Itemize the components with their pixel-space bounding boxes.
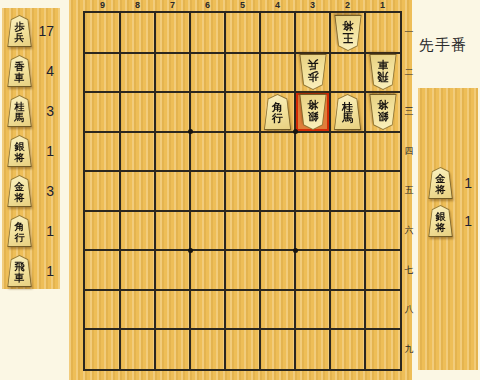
- board-square[interactable]: [365, 329, 400, 369]
- board-square[interactable]: [120, 171, 155, 211]
- board-square[interactable]: [365, 290, 400, 330]
- board-square[interactable]: [155, 92, 190, 132]
- board-square[interactable]: [330, 250, 365, 290]
- board-square[interactable]: [155, 211, 190, 251]
- piece-silver[interactable]: 銀将: [368, 94, 398, 130]
- board-square[interactable]: [295, 329, 330, 369]
- star-point: [188, 248, 193, 253]
- piece-pawn[interactable]: 歩兵: [6, 15, 33, 47]
- grid-line: [85, 52, 400, 54]
- grid-line: [154, 13, 156, 369]
- grid-line: [85, 210, 400, 212]
- file-label: 4: [260, 0, 295, 10]
- piece-kanji-char: 兵: [307, 59, 318, 71]
- grid-line: [294, 13, 296, 369]
- piece-kanji-char: 将: [15, 193, 25, 204]
- rank-labels: 一二三四五六七八九: [403, 13, 415, 369]
- piece-kanji-char: 将: [436, 185, 446, 196]
- board-square[interactable]: [120, 53, 155, 93]
- captured-piece-row: 銀将1: [418, 202, 478, 240]
- board-square[interactable]: [295, 290, 330, 330]
- rank-label: 七: [403, 250, 415, 290]
- grid-line: [119, 13, 121, 369]
- piece-count: 1: [464, 213, 478, 229]
- rank-label: 六: [403, 211, 415, 251]
- piece-kanji-char: 車: [377, 59, 388, 71]
- board-square[interactable]: [190, 53, 225, 93]
- piece-pawn[interactable]: 歩兵: [298, 54, 328, 90]
- board-square[interactable]: [225, 329, 260, 369]
- board-square[interactable]: [120, 132, 155, 172]
- board-square[interactable]: [85, 13, 120, 53]
- file-labels: 987654321: [85, 0, 400, 10]
- piece-bishop[interactable]: 角行: [263, 94, 293, 130]
- rank-label: 五: [403, 171, 415, 211]
- board-square[interactable]: [365, 250, 400, 290]
- piece-kanji-char: 将: [436, 223, 446, 234]
- rank-label: 三: [403, 92, 415, 132]
- grid-line: [85, 289, 400, 291]
- board-square[interactable]: [330, 329, 365, 369]
- board-square[interactable]: [365, 13, 400, 53]
- file-label: 9: [85, 0, 120, 10]
- piece-knight[interactable]: 桂馬: [333, 94, 363, 130]
- board-square[interactable]: [260, 250, 295, 290]
- captured-piece-row: 金将1: [418, 164, 478, 202]
- piece-kanji-char: 香: [15, 62, 25, 73]
- board-square[interactable]: [330, 211, 365, 251]
- board-square[interactable]: [190, 211, 225, 251]
- piece-silver[interactable]: 銀将: [298, 94, 328, 130]
- captured-piece-row: 香車4: [2, 51, 60, 91]
- board-square[interactable]: [190, 132, 225, 172]
- board-cells: [85, 13, 400, 369]
- piece-king[interactable]: 王将: [333, 15, 363, 51]
- board-square[interactable]: [330, 132, 365, 172]
- piece-kanji-char: 桂: [15, 102, 25, 113]
- piece-silver[interactable]: 銀将: [6, 135, 33, 167]
- piece-gold[interactable]: 金将: [427, 167, 454, 199]
- board-square[interactable]: [295, 211, 330, 251]
- board-square[interactable]: [330, 290, 365, 330]
- board-square[interactable]: [260, 211, 295, 251]
- board-square[interactable]: [295, 250, 330, 290]
- board-square[interactable]: [225, 290, 260, 330]
- shogi-board: 987654321 一二三四五六七八九 王将歩兵飛車角行銀将桂馬銀将: [69, 0, 412, 380]
- board-square[interactable]: [190, 329, 225, 369]
- board-square[interactable]: [225, 250, 260, 290]
- board-square[interactable]: [330, 53, 365, 93]
- board-square[interactable]: [190, 13, 225, 53]
- rank-label: 四: [403, 132, 415, 172]
- piece-kanji-char: 銀: [15, 142, 25, 153]
- board-square[interactable]: [260, 13, 295, 53]
- captured-piece-row: 銀将1: [2, 131, 60, 171]
- board-square[interactable]: [225, 211, 260, 251]
- board-square[interactable]: [190, 92, 225, 132]
- piece-gold[interactable]: 金将: [6, 175, 33, 207]
- board-square[interactable]: [85, 92, 120, 132]
- board-square[interactable]: [85, 171, 120, 211]
- piece-count: 1: [464, 175, 478, 191]
- board-square[interactable]: [190, 171, 225, 211]
- board-square[interactable]: [365, 171, 400, 211]
- captured-piece-row: 桂馬3: [2, 91, 60, 131]
- board-square[interactable]: [155, 250, 190, 290]
- piece-kanji-char: 馬: [342, 113, 353, 125]
- board-square[interactable]: [190, 290, 225, 330]
- rank-label: 二: [403, 53, 415, 93]
- piece-kanji-char: 歩: [15, 22, 25, 33]
- file-label: 2: [330, 0, 365, 10]
- board-square[interactable]: [155, 132, 190, 172]
- file-label: 6: [190, 0, 225, 10]
- piece-kanji: 桂馬: [334, 95, 362, 129]
- board-square[interactable]: [85, 53, 120, 93]
- grid-line: [85, 91, 400, 93]
- board-square[interactable]: [260, 329, 295, 369]
- piece-kanji-char: 馬: [15, 113, 25, 124]
- piece-kanji-char: 将: [377, 99, 388, 111]
- board-square[interactable]: [155, 53, 190, 93]
- board-square[interactable]: [120, 13, 155, 53]
- rank-label: 八: [403, 290, 415, 330]
- board-square[interactable]: [155, 13, 190, 53]
- piece-lance[interactable]: 香車: [6, 55, 33, 87]
- board-square[interactable]: [85, 329, 120, 369]
- board-square[interactable]: [225, 132, 260, 172]
- board-square[interactable]: [85, 132, 120, 172]
- piece-kanji-char: 銀: [436, 212, 446, 223]
- piece-kanji-char: 将: [15, 153, 25, 164]
- piece-kanji-char: 将: [342, 20, 353, 32]
- board-square[interactable]: [85, 211, 120, 251]
- board-square[interactable]: [190, 250, 225, 290]
- piece-kanji-char: 銀: [377, 110, 388, 122]
- captured-piece-row: 飛車1: [2, 251, 60, 291]
- board-square[interactable]: [260, 290, 295, 330]
- piece-kanji-char: 行: [15, 233, 25, 244]
- piece-kanji-char: 兵: [15, 33, 25, 44]
- board-square[interactable]: [260, 132, 295, 172]
- piece-count: 1: [46, 143, 60, 159]
- board-square[interactable]: [120, 92, 155, 132]
- piece-count: 1: [46, 223, 60, 239]
- board-square[interactable]: [225, 92, 260, 132]
- piece-kanji-char: 行: [272, 113, 283, 125]
- piece-kanji-char: 飛: [15, 262, 25, 273]
- piece-count: 4: [46, 63, 60, 79]
- piece-count: 3: [46, 103, 60, 119]
- board-square[interactable]: [225, 13, 260, 53]
- piece-kanji-char: 王: [342, 31, 353, 43]
- piece-kanji-char: 飛: [377, 71, 388, 83]
- board-square[interactable]: [330, 171, 365, 211]
- captured-piece-row: 角行1: [2, 211, 60, 251]
- piece-kanji-char: 将: [307, 99, 318, 111]
- captured-piece-row: 金将3: [2, 171, 60, 211]
- piece-kanji-char: 金: [436, 174, 446, 185]
- board-square[interactable]: [365, 132, 400, 172]
- board-square[interactable]: [85, 250, 120, 290]
- piece-count: 3: [46, 183, 60, 199]
- grid-line: [85, 131, 400, 133]
- board-grid: 王将歩兵飛車角行銀将桂馬銀将: [83, 11, 402, 371]
- board-square[interactable]: [120, 250, 155, 290]
- file-label: 1: [365, 0, 400, 10]
- sente-captured-tray: 金将1銀将1: [418, 88, 478, 370]
- file-label: 3: [295, 0, 330, 10]
- turn-indicator: 先手番: [419, 36, 467, 55]
- board-square[interactable]: [85, 290, 120, 330]
- piece-count: 1: [46, 263, 60, 279]
- file-label: 5: [225, 0, 260, 10]
- grid-line: [329, 13, 331, 369]
- piece-kanji-char: 銀: [307, 110, 318, 122]
- gote-captured-tray: 歩兵17香車4桂馬3銀将1金将3角行1飛車1: [2, 8, 60, 289]
- board-square[interactable]: [225, 171, 260, 211]
- piece-bishop[interactable]: 角行: [6, 215, 33, 247]
- grid-line: [364, 13, 366, 369]
- file-label: 7: [155, 0, 190, 10]
- captured-piece-row: 歩兵17: [2, 11, 60, 51]
- star-point: [188, 129, 193, 134]
- rank-label: 九: [403, 329, 415, 369]
- grid-line: [85, 170, 400, 172]
- board-square[interactable]: [260, 53, 295, 93]
- piece-rook[interactable]: 飛車: [368, 54, 398, 90]
- board-square[interactable]: [155, 329, 190, 369]
- star-point: [293, 129, 298, 134]
- piece-knight[interactable]: 桂馬: [6, 95, 33, 127]
- board-square[interactable]: [295, 13, 330, 53]
- grid-line: [85, 249, 400, 251]
- grid-line: [259, 13, 261, 369]
- board-square[interactable]: [260, 171, 295, 211]
- grid-line: [224, 13, 226, 369]
- grid-line: [85, 328, 400, 330]
- piece-silver[interactable]: 銀将: [427, 205, 454, 237]
- board-square[interactable]: [120, 290, 155, 330]
- star-point: [293, 248, 298, 253]
- piece-count: 17: [38, 23, 60, 39]
- piece-kanji-char: 角: [15, 222, 25, 233]
- piece-kanji-char: 車: [15, 73, 25, 84]
- piece-kanji-char: 歩: [307, 71, 318, 83]
- file-label: 8: [120, 0, 155, 10]
- rank-label: 一: [403, 13, 415, 53]
- board-square[interactable]: [155, 290, 190, 330]
- grid-line: [189, 13, 191, 369]
- board-square[interactable]: [120, 329, 155, 369]
- piece-rook[interactable]: 飛車: [6, 255, 33, 287]
- piece-kanji: 角行: [264, 95, 292, 129]
- board-square[interactable]: [120, 211, 155, 251]
- board-square[interactable]: [295, 132, 330, 172]
- board-square[interactable]: [295, 171, 330, 211]
- board-square[interactable]: [365, 211, 400, 251]
- board-square[interactable]: [225, 53, 260, 93]
- board-square[interactable]: [155, 171, 190, 211]
- piece-kanji-char: 車: [15, 273, 25, 284]
- piece-kanji-char: 金: [15, 182, 25, 193]
